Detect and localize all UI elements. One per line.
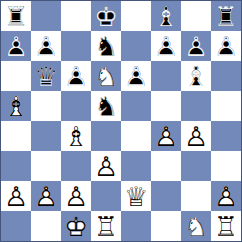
piece-white-pawn[interactable]: ♟♙ [31,181,61,211]
square-c1[interactable]: ♚♔ [61,211,91,241]
square-c4[interactable]: ♝♗ [61,121,91,151]
piece-white-bishop[interactable]: ♝♗ [1,91,31,121]
knight-glyph-outline: ♘ [91,31,121,61]
piece-black-pawn[interactable]: ♟♙ [211,31,241,61]
square-g8[interactable] [181,1,211,31]
piece-black-rook[interactable]: ♜♖ [211,1,241,31]
piece-black-knight[interactable]: ♞♘ [91,31,121,61]
square-e5[interactable] [121,91,151,121]
square-b2[interactable]: ♟♙ [31,181,61,211]
square-h8[interactable]: ♜♖ [211,1,241,31]
piece-white-pawn[interactable]: ♟♙ [91,151,121,181]
pawn-glyph-outline: ♙ [61,181,91,211]
piece-white-pawn[interactable]: ♟♙ [181,121,211,151]
square-c7[interactable] [61,31,91,61]
square-d2[interactable] [91,181,121,211]
rook-glyph-outline: ♖ [211,1,241,31]
square-f5[interactable] [151,91,181,121]
square-f1[interactable] [151,211,181,241]
square-c6[interactable]: ♟♙ [61,61,91,91]
piece-white-pawn[interactable]: ♟♙ [61,181,91,211]
square-a7[interactable]: ♟♙ [1,31,31,61]
piece-white-pawn[interactable]: ♟♙ [1,181,31,211]
square-h6[interactable] [211,61,241,91]
square-c8[interactable] [61,1,91,31]
square-g1[interactable]: ♞♘ [181,211,211,241]
piece-black-pawn[interactable]: ♟♙ [31,31,61,61]
knight-glyph-outline: ♘ [91,91,121,121]
piece-white-knight[interactable]: ♞♘ [91,61,121,91]
piece-white-queen[interactable]: ♛♕ [121,181,151,211]
pawn-glyph-outline: ♙ [211,181,241,211]
pawn-glyph-outline: ♙ [61,61,91,91]
piece-black-king[interactable]: ♚♔ [91,1,121,31]
piece-black-knight[interactable]: ♞♘ [91,91,121,121]
pawn-glyph-outline: ♙ [151,121,181,151]
piece-black-pawn[interactable]: ♟♙ [61,61,91,91]
square-g4[interactable]: ♟♙ [181,121,211,151]
king-glyph-outline: ♔ [91,1,121,31]
pawn-glyph-outline: ♙ [151,31,181,61]
square-g7[interactable]: ♟♙ [181,31,211,61]
square-d3[interactable]: ♟♙ [91,151,121,181]
square-d8[interactable]: ♚♔ [91,1,121,31]
piece-white-rook[interactable]: ♜♖ [91,211,121,241]
square-f4[interactable]: ♟♙ [151,121,181,151]
square-h4[interactable] [211,121,241,151]
square-b7[interactable]: ♟♙ [31,31,61,61]
piece-black-pawn[interactable]: ♟♙ [151,31,181,61]
square-d7[interactable]: ♞♘ [91,31,121,61]
square-e2[interactable]: ♛♕ [121,181,151,211]
piece-black-pawn[interactable]: ♟♙ [1,31,31,61]
bishop-glyph-outline: ♗ [1,91,31,121]
piece-white-pawn[interactable]: ♟♙ [211,181,241,211]
square-g3[interactable] [181,151,211,181]
pawn-glyph-outline: ♙ [31,181,61,211]
piece-white-knight[interactable]: ♞♘ [181,211,211,241]
rook-glyph-outline: ♖ [91,211,121,241]
square-g6[interactable]: ♝♗ [181,61,211,91]
knight-glyph-outline: ♘ [91,61,121,91]
square-d5[interactable]: ♞♘ [91,91,121,121]
piece-white-pawn[interactable]: ♟♙ [151,121,181,151]
bishop-glyph-outline: ♗ [181,61,211,91]
piece-black-bishop[interactable]: ♝♗ [151,1,181,31]
bishop-glyph-outline: ♗ [61,121,91,151]
pawn-glyph-outline: ♙ [31,31,61,61]
square-f3[interactable] [151,151,181,181]
piece-black-pawn[interactable]: ♟♙ [121,61,151,91]
square-a1[interactable] [1,211,31,241]
square-e6[interactable]: ♟♙ [121,61,151,91]
pawn-glyph-outline: ♙ [1,181,31,211]
queen-glyph-outline: ♕ [121,181,151,211]
square-b5[interactable] [31,91,61,121]
piece-black-rook[interactable]: ♜♖ [1,1,31,31]
piece-white-bishop[interactable]: ♝♗ [61,121,91,151]
square-d1[interactable]: ♜♖ [91,211,121,241]
square-a5[interactable]: ♝♗ [1,91,31,121]
square-d4[interactable] [91,121,121,151]
square-g5[interactable] [181,91,211,121]
square-b1[interactable] [31,211,61,241]
piece-black-bishop[interactable]: ♝♗ [181,61,211,91]
square-d6[interactable]: ♞♘ [91,61,121,91]
square-a4[interactable] [1,121,31,151]
square-f7[interactable]: ♟♙ [151,31,181,61]
square-f2[interactable] [151,181,181,211]
rook-glyph-outline: ♖ [211,211,241,241]
pawn-glyph-outline: ♙ [1,31,31,61]
piece-white-king[interactable]: ♚♔ [61,211,91,241]
pawn-glyph-outline: ♙ [181,121,211,151]
square-h5[interactable] [211,91,241,121]
square-b6[interactable]: ♛♕ [31,61,61,91]
queen-glyph-outline: ♕ [31,61,61,91]
square-e3[interactable] [121,151,151,181]
square-e1[interactable] [121,211,151,241]
piece-white-rook[interactable]: ♜♖ [211,211,241,241]
square-a8[interactable]: ♜♖ [1,1,31,31]
king-glyph-outline: ♔ [61,211,91,241]
pawn-glyph-outline: ♙ [121,61,151,91]
square-a2[interactable]: ♟♙ [1,181,31,211]
piece-black-queen[interactable]: ♛♕ [31,61,61,91]
square-e8[interactable] [121,1,151,31]
square-a3[interactable] [1,151,31,181]
square-b3[interactable] [31,151,61,181]
square-c2[interactable]: ♟♙ [61,181,91,211]
square-f8[interactable]: ♝♗ [151,1,181,31]
knight-glyph-outline: ♘ [181,211,211,241]
square-c3[interactable] [61,151,91,181]
piece-black-pawn[interactable]: ♟♙ [181,31,211,61]
pawn-glyph-outline: ♙ [91,151,121,181]
square-h2[interactable]: ♟♙ [211,181,241,211]
chess-board: ♜♖♚♔♝♗♜♖♟♙♟♙♞♘♟♙♟♙♟♙♛♕♟♙♞♘♟♙♝♗♝♗♞♘♝♗♟♙♟♙… [0,0,242,242]
pawn-glyph-outline: ♙ [181,31,211,61]
square-f6[interactable] [151,61,181,91]
square-c5[interactable] [61,91,91,121]
rook-glyph-outline: ♖ [1,1,31,31]
square-h7[interactable]: ♟♙ [211,31,241,61]
bishop-glyph-outline: ♗ [151,1,181,31]
square-g2[interactable] [181,181,211,211]
square-a6[interactable] [1,61,31,91]
square-b4[interactable] [31,121,61,151]
square-h3[interactable] [211,151,241,181]
square-e7[interactable] [121,31,151,61]
square-e4[interactable] [121,121,151,151]
square-b8[interactable] [31,1,61,31]
pawn-glyph-outline: ♙ [211,31,241,61]
square-h1[interactable]: ♜♖ [211,211,241,241]
